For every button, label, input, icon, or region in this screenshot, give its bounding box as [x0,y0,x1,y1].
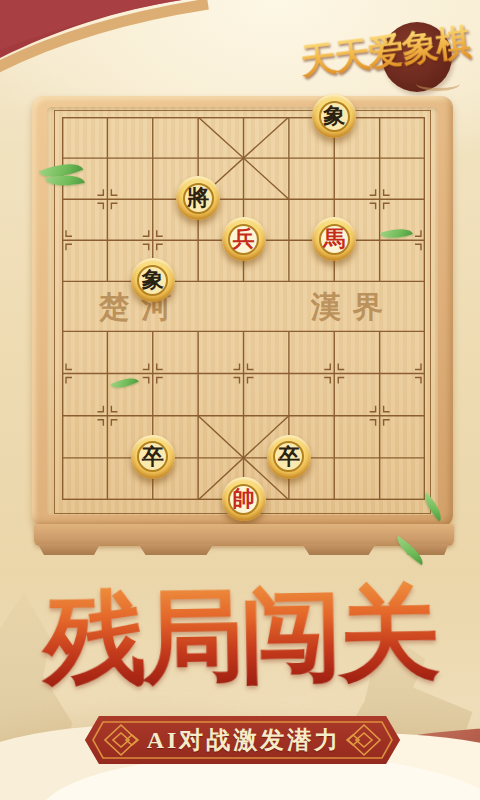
piece-glyph: 馬 [319,224,350,255]
page-background: { "app": { "logo_title": "天天爱象棋" }, "her… [0,0,480,800]
banner-text: AI对战激发潜力 [85,716,400,764]
piece-black-general[interactable]: 將 [176,176,220,220]
stand-foot [136,544,216,555]
app-logo: 天天爱象棋 [284,14,474,94]
xiangqi-board[interactable]: 楚河 漢界 象將兵馬象卒卒帥 [32,96,453,527]
piece-black-elephant[interactable]: 象 [131,258,175,302]
piece-glyph: 象 [319,101,350,132]
logo-swirl-icon [416,76,460,91]
stand-foot [36,544,102,555]
promo-banner: AI对战激发潜力 [85,716,400,764]
board-stand [34,524,454,546]
piece-glyph: 兵 [228,224,259,255]
piece-glyph: 卒 [137,441,168,472]
piece-glyph: 卒 [273,441,304,472]
river-right-label: 漢界 [272,287,422,328]
piece-glyph: 象 [137,265,168,296]
corner-ribbon [0,0,220,84]
hero-title: 残局闯关 [0,576,480,699]
piece-red-general[interactable]: 帥 [222,477,266,521]
piece-glyph: 將 [183,183,214,214]
piece-glyph: 帥 [228,484,259,515]
stand-foot [300,544,378,555]
piece-black-soldier[interactable]: 卒 [131,435,175,479]
piece-black-elephant[interactable]: 象 [312,94,356,138]
piece-red-soldier[interactable]: 兵 [222,217,266,261]
piece-black-soldier[interactable]: 卒 [267,435,311,479]
